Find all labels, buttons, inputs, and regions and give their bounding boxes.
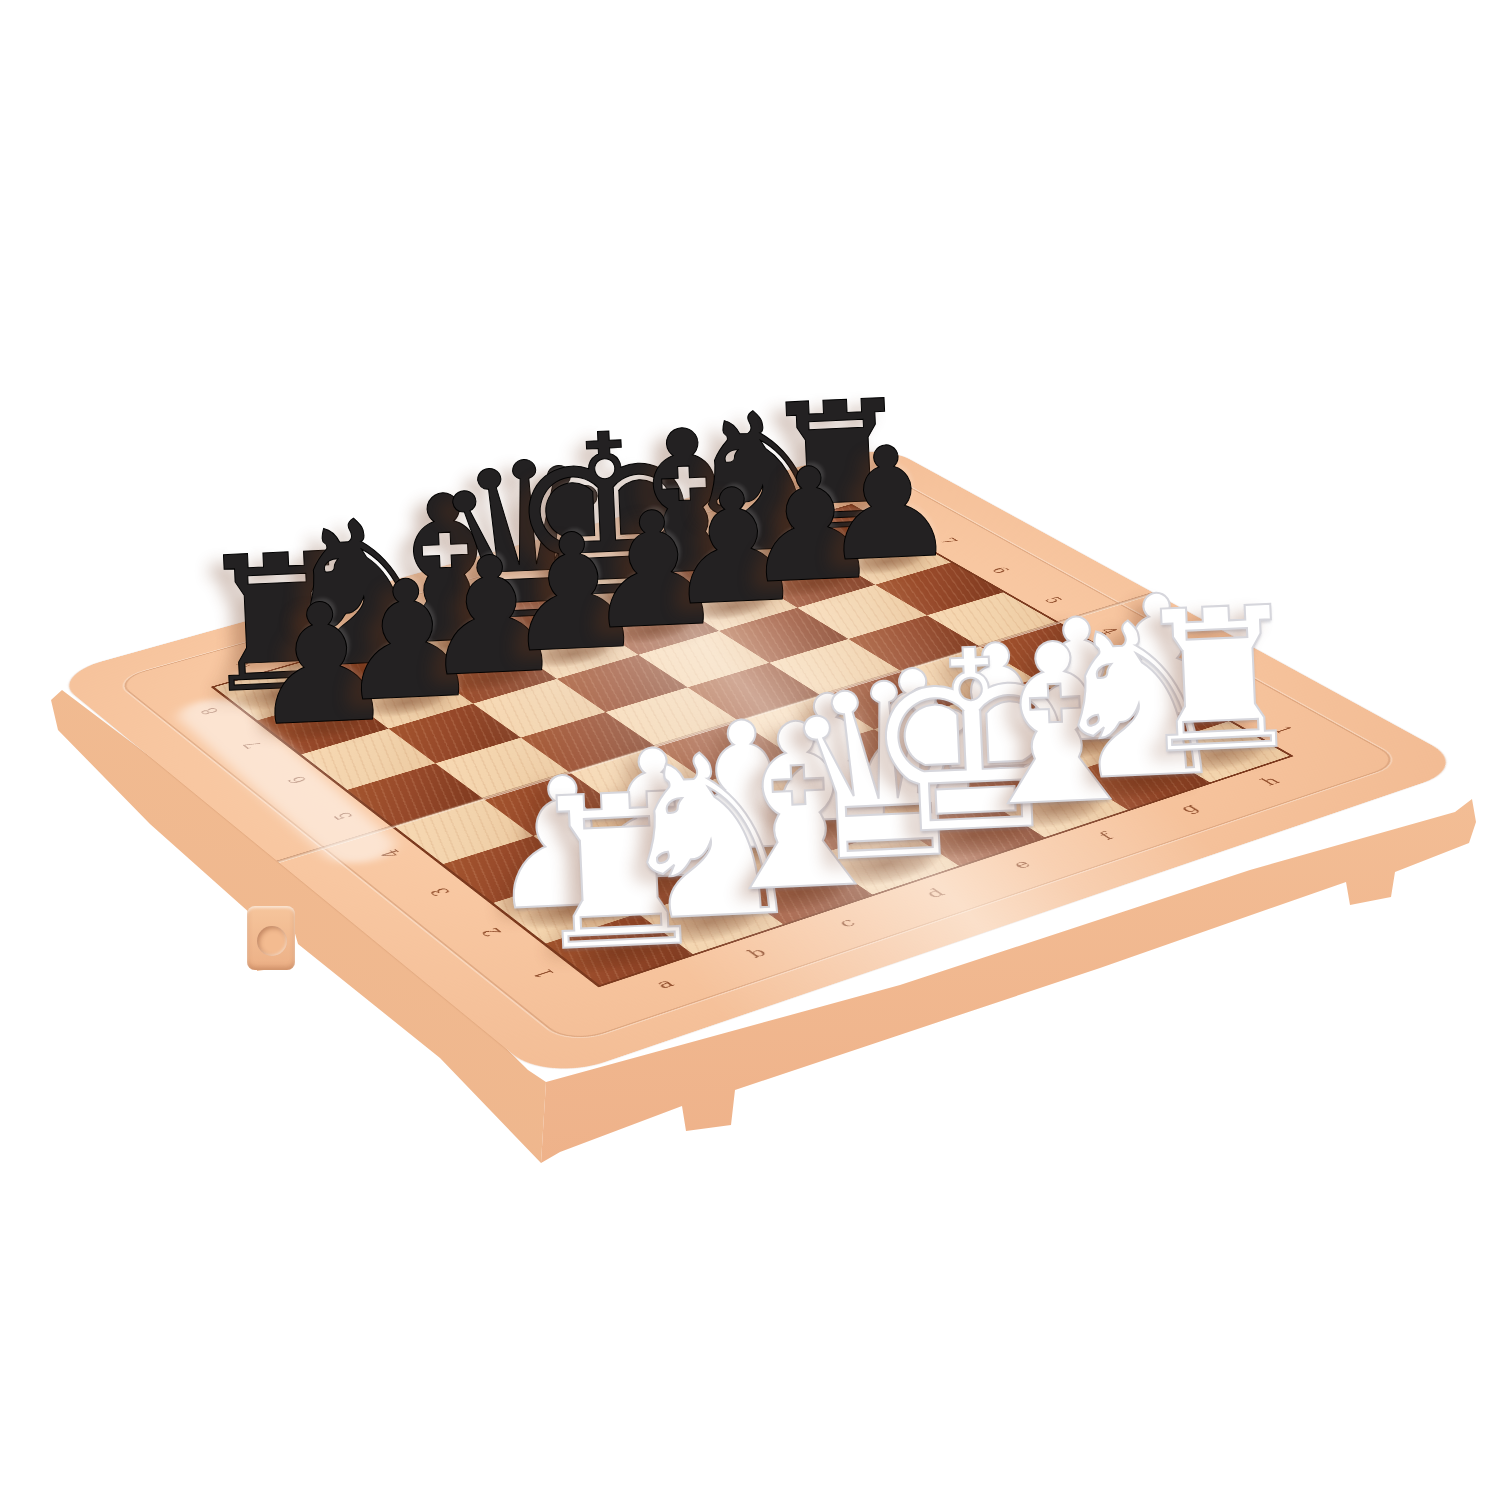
chess-set-photo: 88aa77bb66cc55dd44ee33ff22gg11hh ♜♞♝♛♚♝♞… — [0, 0, 1500, 1500]
piece-black-pawn-h7[interactable]: ♟ — [774, 422, 1000, 585]
piece-white-rook-h1[interactable]: ♜ — [1105, 579, 1333, 783]
